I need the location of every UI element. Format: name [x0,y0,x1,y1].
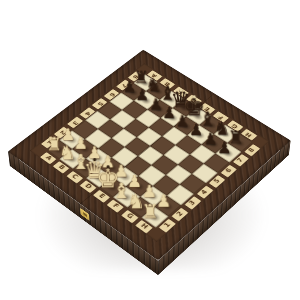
dark-pawn-glyph: ♟ [207,140,242,156]
light-rook-glyph: ♜ [132,202,168,221]
piece-dark-pawn-h7[interactable]: ♟ [216,143,242,162]
piece-light-rook-h1[interactable]: ♜ [141,206,168,227]
finial-dot [93,158,96,161]
chess-board: AA88BB77CC66DD55EE44FF33GG22HH11 ♜♞♝♛♚♝♞… [8,50,290,261]
photo-background: AA88BB77CC66DD55EE44FF33GG22HH11 ♜♞♝♛♚♝♞… [0,0,300,300]
finial-dot [107,165,110,168]
scene: AA88BB77CC66DD55EE44FF33GG22HH11 ♜♞♝♛♚♝♞… [0,0,300,300]
